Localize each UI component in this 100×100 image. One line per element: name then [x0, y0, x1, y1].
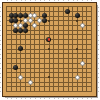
coordinate-tick: [98, 7, 99, 8]
white-stone[interactable]: [28, 18, 33, 23]
coordinate-tick: [21, 0, 22, 1]
go-board[interactable]: [2, 2, 97, 97]
coordinate-tick: [0, 25, 1, 26]
white-stone[interactable]: [18, 75, 23, 80]
grid-line-vertical: [58, 6, 59, 92]
black-stone[interactable]: [42, 18, 47, 23]
coordinate-tick: [40, 0, 41, 1]
coordinate-tick: [98, 73, 99, 74]
coordinate-tick: [91, 0, 92, 1]
coordinate-tick: [91, 98, 92, 99]
coordinate-tick: [30, 0, 31, 1]
coordinate-tick: [16, 98, 17, 99]
coordinate-tick: [98, 40, 99, 41]
coordinate-tick: [11, 0, 12, 1]
white-stone[interactable]: [80, 23, 85, 28]
coordinate-tick: [98, 77, 99, 78]
coordinate-tick: [11, 98, 12, 99]
coordinate-tick: [44, 0, 45, 1]
star-point: [48, 48, 50, 50]
black-stone[interactable]: [75, 13, 80, 18]
star-point: [48, 20, 50, 22]
coordinate-tick: [87, 0, 88, 1]
coordinate-tick: [63, 0, 64, 1]
coordinate-tick: [49, 98, 50, 99]
white-stone[interactable]: [80, 61, 85, 66]
coordinate-tick: [73, 98, 74, 99]
coordinate-tick: [68, 0, 69, 1]
coordinate-tick: [77, 0, 78, 1]
black-stone[interactable]: [65, 9, 70, 14]
coordinate-tick: [54, 0, 55, 1]
grid-line-horizontal: [6, 58, 92, 59]
grid-line-horizontal: [6, 53, 92, 54]
grid-line-vertical: [82, 6, 83, 92]
coordinate-tick: [16, 0, 17, 1]
coordinate-tick: [35, 0, 36, 1]
coordinate-tick: [82, 0, 83, 1]
white-stone[interactable]: [32, 23, 37, 28]
coordinate-tick: [35, 98, 36, 99]
coordinate-tick: [98, 35, 99, 36]
coordinate-tick: [58, 0, 59, 1]
coordinate-tick: [0, 44, 1, 45]
white-stone[interactable]: [28, 80, 33, 85]
coordinate-tick: [0, 16, 1, 17]
star-point: [76, 20, 78, 22]
coordinate-tick: [0, 7, 1, 8]
coordinate-tick: [7, 0, 8, 1]
coordinate-tick: [0, 40, 1, 41]
grid-line-horizontal: [6, 86, 92, 87]
coordinate-tick: [98, 25, 99, 26]
grid-line-vertical: [68, 6, 69, 92]
coordinate-tick: [54, 98, 55, 99]
white-stone[interactable]: [75, 75, 80, 80]
coordinate-tick: [0, 30, 1, 31]
coordinate-tick: [98, 49, 99, 50]
coordinate-tick: [0, 82, 1, 83]
coordinate-tick: [30, 98, 31, 99]
white-stone[interactable]: [37, 18, 42, 23]
grid-line-vertical: [53, 6, 54, 92]
coordinate-tick: [0, 91, 1, 92]
coordinate-tick: [49, 0, 50, 1]
coordinate-tick: [0, 68, 1, 69]
grid-line-vertical: [63, 6, 64, 92]
coordinate-tick: [98, 58, 99, 59]
coordinate-tick: [77, 98, 78, 99]
coordinate-tick: [63, 98, 64, 99]
coordinate-tick: [0, 58, 1, 59]
grid-line-horizontal: [6, 91, 92, 92]
grid-line-vertical: [91, 6, 92, 92]
coordinate-tick: [25, 0, 26, 1]
coordinate-tick: [98, 68, 99, 69]
coordinate-tick: [98, 54, 99, 55]
coordinate-tick: [98, 21, 99, 22]
coordinate-tick: [40, 98, 41, 99]
grid-line-horizontal: [6, 68, 92, 69]
coordinate-tick: [98, 63, 99, 64]
coordinate-tick: [0, 77, 1, 78]
coordinate-tick: [0, 49, 1, 50]
white-stone[interactable]: [32, 13, 37, 18]
coordinate-tick: [0, 73, 1, 74]
coordinate-tick: [0, 35, 1, 36]
coordinate-tick: [0, 54, 1, 55]
coordinate-tick: [58, 98, 59, 99]
coordinate-tick: [98, 11, 99, 12]
star-point: [20, 20, 22, 22]
black-stone[interactable]: [18, 46, 23, 51]
black-stone[interactable]: [13, 65, 18, 70]
coordinate-tick: [98, 87, 99, 88]
coordinate-tick: [0, 63, 1, 64]
coordinate-tick: [21, 98, 22, 99]
coordinate-tick: [87, 98, 88, 99]
coordinate-tick: [68, 98, 69, 99]
coordinate-tick: [82, 98, 83, 99]
coordinate-tick: [73, 0, 74, 1]
coordinate-tick: [25, 98, 26, 99]
grid-line-horizontal: [6, 82, 92, 83]
coordinate-tick: [0, 21, 1, 22]
grid-line-horizontal: [6, 63, 92, 64]
star-point: [76, 48, 78, 50]
grid-line-vertical: [86, 6, 87, 92]
coordinate-tick: [98, 82, 99, 83]
coordinate-tick: [0, 11, 1, 12]
coordinate-tick: [0, 87, 1, 88]
black-stone[interactable]: [23, 28, 28, 33]
grid-line-vertical: [72, 6, 73, 92]
coordinate-tick: [98, 16, 99, 17]
grid-line-horizontal: [6, 72, 92, 73]
last-move-marker: [48, 38, 50, 40]
coordinate-tick: [7, 98, 8, 99]
coordinate-tick: [98, 91, 99, 92]
coordinate-tick: [98, 30, 99, 31]
star-point: [48, 76, 50, 78]
coordinate-tick: [98, 44, 99, 45]
white-stone[interactable]: [18, 23, 23, 28]
coordinate-tick: [44, 98, 45, 99]
go-app-screen: [0, 0, 100, 100]
